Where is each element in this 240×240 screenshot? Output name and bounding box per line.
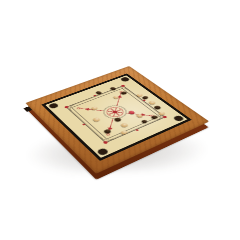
product-photo-scene [0,0,240,240]
